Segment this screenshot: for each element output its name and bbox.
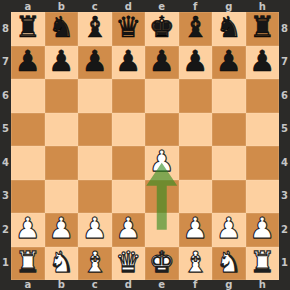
file-label-h-bottom: h bbox=[246, 280, 280, 290]
rank-label-3-left: 3 bbox=[0, 180, 11, 214]
square-c3[interactable] bbox=[78, 180, 112, 214]
square-d8[interactable]: ♛ bbox=[112, 12, 146, 46]
black-pawn[interactable]: ♟ bbox=[82, 47, 108, 76]
square-h5[interactable] bbox=[246, 113, 280, 147]
rank-label-7-right: 7 bbox=[279, 46, 290, 80]
square-g1[interactable]: ♞ bbox=[212, 247, 246, 281]
square-g8[interactable]: ♞ bbox=[212, 12, 246, 46]
file-label-c-bottom: c bbox=[78, 280, 112, 290]
chess-board-frame: aabbccddeeffgghh8877665544332211 ♜♞♝♛♚♝♞… bbox=[0, 0, 290, 290]
square-c2[interactable]: ♟ bbox=[78, 213, 112, 247]
square-d1[interactable]: ♛ bbox=[112, 247, 146, 281]
square-e2[interactable] bbox=[145, 213, 179, 247]
square-f8[interactable]: ♝ bbox=[179, 12, 213, 46]
white-pawn[interactable]: ♟ bbox=[249, 214, 275, 243]
white-pawn[interactable]: ♟ bbox=[149, 147, 175, 176]
white-knight[interactable]: ♞ bbox=[216, 248, 242, 277]
square-c1[interactable]: ♝ bbox=[78, 247, 112, 281]
black-pawn[interactable]: ♟ bbox=[249, 47, 275, 76]
square-b1[interactable]: ♞ bbox=[45, 247, 79, 281]
rank-label-6-right: 6 bbox=[279, 79, 290, 113]
square-b2[interactable]: ♟ bbox=[45, 213, 79, 247]
rank-label-7-left: 7 bbox=[0, 46, 11, 80]
white-bishop[interactable]: ♝ bbox=[82, 248, 108, 277]
square-c4[interactable] bbox=[78, 146, 112, 180]
square-f7[interactable]: ♟ bbox=[179, 46, 213, 80]
rank-label-2-right: 2 bbox=[279, 213, 290, 247]
black-pawn[interactable]: ♟ bbox=[115, 47, 141, 76]
white-pawn[interactable]: ♟ bbox=[216, 214, 242, 243]
square-a5[interactable] bbox=[11, 113, 45, 147]
square-h1[interactable]: ♜ bbox=[246, 247, 280, 281]
white-rook[interactable]: ♜ bbox=[15, 248, 41, 277]
square-e8[interactable]: ♚ bbox=[145, 12, 179, 46]
square-h7[interactable]: ♟ bbox=[246, 46, 280, 80]
black-pawn[interactable]: ♟ bbox=[216, 47, 242, 76]
white-knight[interactable]: ♞ bbox=[48, 248, 74, 277]
square-e3[interactable] bbox=[145, 180, 179, 214]
black-bishop[interactable]: ♝ bbox=[182, 13, 208, 42]
square-a8[interactable]: ♜ bbox=[11, 12, 45, 46]
square-a2[interactable]: ♟ bbox=[11, 213, 45, 247]
black-knight[interactable]: ♞ bbox=[216, 13, 242, 42]
square-h6[interactable] bbox=[246, 79, 280, 113]
rank-label-8-left: 8 bbox=[0, 12, 11, 46]
rank-label-1-right: 1 bbox=[279, 247, 290, 281]
square-b4[interactable] bbox=[45, 146, 79, 180]
file-label-d-bottom: d bbox=[112, 280, 146, 290]
white-pawn[interactable]: ♟ bbox=[82, 214, 108, 243]
white-pawn[interactable]: ♟ bbox=[182, 214, 208, 243]
square-d6[interactable] bbox=[112, 79, 146, 113]
square-f3[interactable] bbox=[179, 180, 213, 214]
white-rook[interactable]: ♜ bbox=[249, 248, 275, 277]
square-g5[interactable] bbox=[212, 113, 246, 147]
square-f5[interactable] bbox=[179, 113, 213, 147]
square-g3[interactable] bbox=[212, 180, 246, 214]
white-pawn[interactable]: ♟ bbox=[115, 214, 141, 243]
square-b6[interactable] bbox=[45, 79, 79, 113]
square-d7[interactable]: ♟ bbox=[112, 46, 146, 80]
square-a1[interactable]: ♜ bbox=[11, 247, 45, 281]
chess-board[interactable]: ♜♞♝♛♚♝♞♜♟♟♟♟♟♟♟♟♟♟♟♟♟♟♟♟♜♞♝♛♚♝♞♜ bbox=[11, 12, 279, 280]
square-b5[interactable] bbox=[45, 113, 79, 147]
rank-label-3-right: 3 bbox=[279, 180, 290, 214]
square-e5[interactable] bbox=[145, 113, 179, 147]
black-pawn[interactable]: ♟ bbox=[48, 47, 74, 76]
square-g2[interactable]: ♟ bbox=[212, 213, 246, 247]
square-b3[interactable] bbox=[45, 180, 79, 214]
black-pawn[interactable]: ♟ bbox=[149, 47, 175, 76]
square-b7[interactable]: ♟ bbox=[45, 46, 79, 80]
square-f4[interactable] bbox=[179, 146, 213, 180]
white-pawn[interactable]: ♟ bbox=[15, 214, 41, 243]
black-bishop[interactable]: ♝ bbox=[82, 13, 108, 42]
rank-label-2-left: 2 bbox=[0, 213, 11, 247]
file-label-f-bottom: f bbox=[179, 280, 213, 290]
square-g4[interactable] bbox=[212, 146, 246, 180]
square-f6[interactable] bbox=[179, 79, 213, 113]
rank-label-6-left: 6 bbox=[0, 79, 11, 113]
black-king[interactable]: ♚ bbox=[149, 13, 175, 42]
square-d4[interactable] bbox=[112, 146, 146, 180]
black-knight[interactable]: ♞ bbox=[48, 13, 74, 42]
square-e6[interactable] bbox=[145, 79, 179, 113]
white-king[interactable]: ♚ bbox=[149, 248, 175, 277]
black-rook[interactable]: ♜ bbox=[15, 13, 41, 42]
rank-label-5-right: 5 bbox=[279, 113, 290, 147]
square-a4[interactable] bbox=[11, 146, 45, 180]
rank-label-4-left: 4 bbox=[0, 146, 11, 180]
square-f2[interactable]: ♟ bbox=[179, 213, 213, 247]
black-pawn[interactable]: ♟ bbox=[15, 47, 41, 76]
white-queen[interactable]: ♛ bbox=[115, 248, 141, 277]
file-label-g-bottom: g bbox=[212, 280, 246, 290]
white-pawn[interactable]: ♟ bbox=[48, 214, 74, 243]
rank-label-5-left: 5 bbox=[0, 113, 11, 147]
square-e1[interactable]: ♚ bbox=[145, 247, 179, 281]
square-f1[interactable]: ♝ bbox=[179, 247, 213, 281]
black-queen[interactable]: ♛ bbox=[115, 13, 141, 42]
rank-label-4-right: 4 bbox=[279, 146, 290, 180]
square-d2[interactable]: ♟ bbox=[112, 213, 146, 247]
square-e4[interactable]: ♟ bbox=[145, 146, 179, 180]
square-h2[interactable]: ♟ bbox=[246, 213, 280, 247]
square-b8[interactable]: ♞ bbox=[45, 12, 79, 46]
square-h8[interactable]: ♜ bbox=[246, 12, 280, 46]
square-c7[interactable]: ♟ bbox=[78, 46, 112, 80]
black-pawn[interactable]: ♟ bbox=[182, 47, 208, 76]
square-a6[interactable] bbox=[11, 79, 45, 113]
square-c5[interactable] bbox=[78, 113, 112, 147]
square-d5[interactable] bbox=[112, 113, 146, 147]
rank-label-8-right: 8 bbox=[279, 12, 290, 46]
square-d3[interactable] bbox=[112, 180, 146, 214]
black-rook[interactable]: ♜ bbox=[249, 13, 275, 42]
square-e7[interactable]: ♟ bbox=[145, 46, 179, 80]
square-a7[interactable]: ♟ bbox=[11, 46, 45, 80]
file-label-b-bottom: b bbox=[45, 280, 79, 290]
file-label-a-bottom: a bbox=[11, 280, 45, 290]
square-c8[interactable]: ♝ bbox=[78, 12, 112, 46]
file-label-e-bottom: e bbox=[145, 280, 179, 290]
rank-label-1-left: 1 bbox=[0, 247, 11, 281]
square-g7[interactable]: ♟ bbox=[212, 46, 246, 80]
square-c6[interactable] bbox=[78, 79, 112, 113]
square-h3[interactable] bbox=[246, 180, 280, 214]
square-h4[interactable] bbox=[246, 146, 280, 180]
square-a3[interactable] bbox=[11, 180, 45, 214]
white-bishop[interactable]: ♝ bbox=[182, 248, 208, 277]
square-g6[interactable] bbox=[212, 79, 246, 113]
